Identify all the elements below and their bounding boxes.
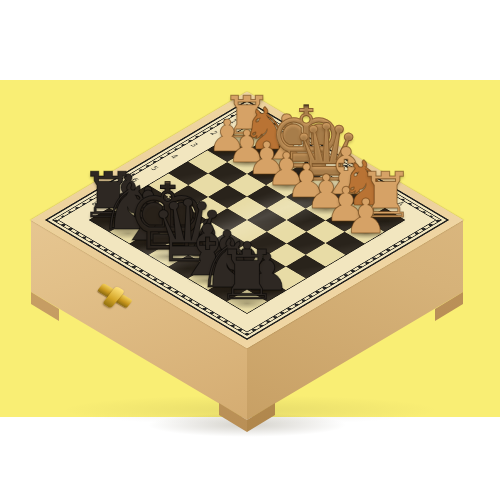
- piece-white-pawn-a2[interactable]: ♟: [316, 192, 416, 240]
- piece-black-rook-a8[interactable]: ♜: [197, 242, 297, 310]
- pieces-layer: ♜♞♝♛♚♝♞♜♟♟♟♟♟♟♟♟♟♟♟♟♟♟♟♟♜♞♝♛♚♝♞♜: [0, 0, 500, 500]
